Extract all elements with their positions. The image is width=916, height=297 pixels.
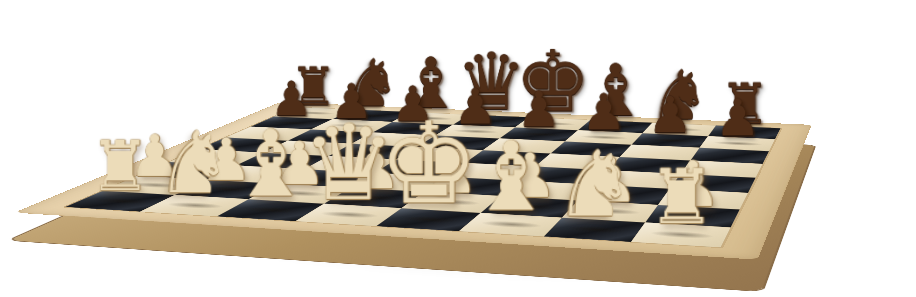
square-c4: [304, 156, 396, 173]
queen-glyph: ♛: [430, 43, 552, 122]
square-b1: [140, 195, 248, 216]
square-g6: [620, 145, 700, 161]
square-a3: [137, 162, 236, 180]
knight-glyph: ♞: [311, 51, 431, 116]
rook-glyph: ♜: [254, 61, 373, 114]
chess-product-photo: ♜♞♝♛♚♝♞♜♟♟♟♟♟♟♟♟♟♟♟♟♟♟♟♟♜♞♝♛♚♝♞♜: [0, 0, 916, 297]
bishop-glyph: ♝: [553, 56, 678, 127]
bishop-glyph: ♝: [370, 49, 491, 118]
square-h1: [631, 223, 731, 248]
square-e6: [483, 138, 565, 153]
king-glyph: ♚: [491, 39, 614, 124]
square-e5: [465, 150, 551, 166]
chess-board: ♜♞♝♛♚♝♞♜♟♟♟♟♟♟♟♟♟♟♟♟♟♟♟♟♜♞♝♛♚♝♞♜: [14, 102, 811, 260]
square-g5: [607, 157, 690, 174]
square-a5: [198, 138, 288, 153]
square-e1: [376, 208, 481, 231]
knight-glyph: ♞: [617, 61, 743, 129]
